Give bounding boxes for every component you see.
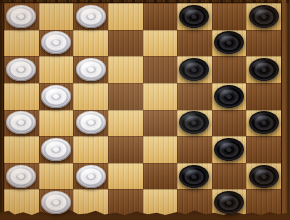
checker-black[interactable]: ⛂: [249, 58, 279, 81]
checker-glyph: ⛀: [41, 138, 42, 139]
checkers-game-window: ⛀⛀⛂⛂⛀⛂⛀⛀⛂⛂⛀⛂⛀⛀⛂⛂⛀⛂⛀⛀⛂⛂⛀⛂: [0, 0, 290, 220]
board-square[interactable]: [212, 56, 247, 83]
checker-glyph: ⛀: [41, 85, 42, 86]
board-square[interactable]: ⛂: [212, 83, 247, 110]
board-square[interactable]: ⛂: [177, 163, 212, 190]
checker-glyph: ⛂: [214, 191, 215, 192]
checker-black[interactable]: ⛂: [249, 5, 279, 28]
checker-glyph: ⛀: [41, 31, 42, 32]
board-square[interactable]: [108, 3, 143, 30]
board-square[interactable]: ⛀: [39, 30, 74, 57]
checker-white[interactable]: ⛀: [76, 58, 106, 81]
checker-glyph: ⛂: [214, 31, 215, 32]
board-square[interactable]: ⛂: [246, 110, 281, 137]
board-square[interactable]: [39, 163, 74, 190]
board-square[interactable]: ⛀: [73, 110, 108, 137]
board-square[interactable]: ⛀: [39, 136, 74, 163]
board-square[interactable]: ⛂: [212, 189, 247, 216]
board-square[interactable]: ⛀: [4, 56, 39, 83]
board-square[interactable]: [4, 30, 39, 57]
checker-black[interactable]: ⛂: [179, 5, 209, 28]
checker-glyph: ⛂: [249, 165, 250, 166]
checker-glyph: ⛀: [76, 5, 77, 6]
board-square[interactable]: ⛀: [4, 163, 39, 190]
checker-white[interactable]: ⛀: [6, 58, 36, 81]
board-square[interactable]: ⛀: [73, 163, 108, 190]
board-square[interactable]: [108, 83, 143, 110]
checker-black[interactable]: ⛂: [249, 165, 279, 188]
checker-glyph: ⛂: [179, 165, 180, 166]
board-square[interactable]: ⛀: [4, 3, 39, 30]
checker-glyph: ⛂: [179, 5, 180, 6]
checker-glyph: ⛀: [76, 58, 77, 59]
board-square[interactable]: [4, 83, 39, 110]
board-square[interactable]: [108, 163, 143, 190]
checker-black[interactable]: ⛂: [179, 111, 209, 134]
checker-glyph: ⛂: [249, 111, 250, 112]
checker-white[interactable]: ⛀: [6, 111, 36, 134]
checker-white[interactable]: ⛀: [76, 5, 106, 28]
board-square[interactable]: [73, 189, 108, 216]
checker-white[interactable]: ⛀: [41, 31, 71, 54]
checker-black[interactable]: ⛂: [249, 111, 279, 134]
checker-white[interactable]: ⛀: [6, 5, 36, 28]
checker-black[interactable]: ⛂: [214, 191, 244, 214]
checker-white[interactable]: ⛀: [6, 165, 36, 188]
board-square[interactable]: [177, 83, 212, 110]
board-square[interactable]: ⛂: [212, 30, 247, 57]
checker-black[interactable]: ⛂: [179, 165, 209, 188]
board-square[interactable]: [108, 56, 143, 83]
board-square[interactable]: [177, 136, 212, 163]
checker-glyph: ⛀: [6, 5, 7, 6]
board-square[interactable]: ⛂: [246, 163, 281, 190]
board-square[interactable]: ⛂: [177, 110, 212, 137]
checker-glyph: ⛂: [214, 138, 215, 139]
board-square[interactable]: ⛂: [177, 3, 212, 30]
checker-glyph: ⛂: [249, 5, 250, 6]
board-square[interactable]: [246, 189, 281, 216]
checker-glyph: ⛂: [249, 58, 250, 59]
board-square[interactable]: [39, 56, 74, 83]
checker-white[interactable]: ⛀: [76, 111, 106, 134]
board-square[interactable]: [246, 136, 281, 163]
board-square[interactable]: ⛀: [39, 83, 74, 110]
board-square[interactable]: ⛀: [73, 56, 108, 83]
checker-black[interactable]: ⛂: [179, 58, 209, 81]
board-frame-top: [0, 0, 290, 3]
board-square[interactable]: [143, 163, 178, 190]
checker-black[interactable]: ⛂: [214, 138, 244, 161]
checker-white[interactable]: ⛀: [41, 191, 71, 214]
checker-glyph: ⛀: [6, 165, 7, 166]
checker-white[interactable]: ⛀: [76, 165, 106, 188]
board-square[interactable]: ⛂: [177, 56, 212, 83]
board-square[interactable]: [73, 30, 108, 57]
checker-glyph: ⛀: [76, 111, 77, 112]
checkers-board: ⛀⛀⛂⛂⛀⛂⛀⛀⛂⛂⛀⛂⛀⛀⛂⛂⛀⛂⛀⛀⛂⛂⛀⛂: [4, 3, 281, 216]
checker-glyph: ⛀: [6, 111, 7, 112]
board-square[interactable]: ⛂: [246, 56, 281, 83]
checker-glyph: ⛀: [76, 165, 77, 166]
board-square[interactable]: [143, 3, 178, 30]
board-square[interactable]: ⛀: [73, 3, 108, 30]
board-square[interactable]: [108, 110, 143, 137]
checker-white[interactable]: ⛀: [41, 85, 71, 108]
board-square[interactable]: ⛂: [212, 136, 247, 163]
board-square[interactable]: [143, 30, 178, 57]
board-square[interactable]: [108, 136, 143, 163]
board-square[interactable]: [39, 110, 74, 137]
checker-glyph: ⛀: [6, 58, 7, 59]
checker-glyph: ⛂: [179, 58, 180, 59]
board-square[interactable]: [143, 56, 178, 83]
board-square[interactable]: [4, 136, 39, 163]
board-square[interactable]: [143, 110, 178, 137]
board-square[interactable]: [73, 136, 108, 163]
board-square[interactable]: [177, 30, 212, 57]
board-square[interactable]: [212, 163, 247, 190]
board-square[interactable]: [73, 83, 108, 110]
checker-black[interactable]: ⛂: [214, 85, 244, 108]
board-square[interactable]: [143, 189, 178, 216]
checker-glyph: ⛀: [41, 191, 42, 192]
board-square[interactable]: ⛂: [246, 3, 281, 30]
checker-glyph: ⛂: [214, 85, 215, 86]
board-square[interactable]: [143, 83, 178, 110]
board-square[interactable]: [212, 110, 247, 137]
board-square[interactable]: [246, 83, 281, 110]
board-square[interactable]: [108, 30, 143, 57]
board-square[interactable]: [39, 3, 74, 30]
board-square[interactable]: ⛀: [4, 110, 39, 137]
checker-glyph: ⛂: [179, 111, 180, 112]
board-square[interactable]: [246, 30, 281, 57]
board-square[interactable]: [143, 136, 178, 163]
board-square[interactable]: [212, 3, 247, 30]
checker-white[interactable]: ⛀: [41, 138, 71, 161]
checker-black[interactable]: ⛂: [214, 31, 244, 54]
